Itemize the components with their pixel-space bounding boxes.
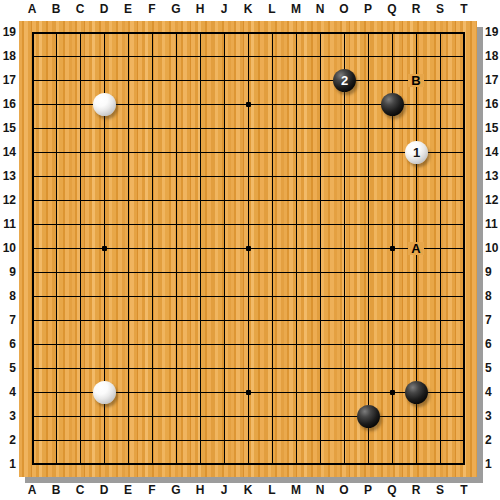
coordinate-bottom-K: K — [236, 482, 260, 498]
coordinate-right-9: 9 — [485, 264, 500, 280]
coordinate-right-11: 11 — [485, 216, 500, 232]
coordinate-left-7: 7 — [0, 312, 16, 328]
coordinate-right-8: 8 — [485, 288, 500, 304]
coordinate-right-6: 6 — [485, 336, 500, 352]
grid-line-horizontal — [32, 463, 465, 465]
coordinate-bottom-Q: Q — [380, 482, 404, 498]
coordinate-left-12: 12 — [0, 192, 16, 208]
coordinate-top-B: B — [44, 1, 68, 17]
star-point — [390, 390, 395, 395]
coordinate-left-11: 11 — [0, 216, 16, 232]
coordinate-right-5: 5 — [485, 360, 500, 376]
coordinate-left-18: 18 — [0, 48, 16, 64]
coordinate-left-15: 15 — [0, 120, 16, 136]
black-stone-Q16 — [381, 93, 404, 116]
coordinate-left-1: 1 — [0, 456, 16, 472]
coordinate-top-T: T — [452, 1, 476, 17]
coordinate-right-12: 12 — [485, 192, 500, 208]
star-point — [246, 390, 251, 395]
coordinate-bottom-A: A — [20, 482, 44, 498]
coordinate-left-5: 5 — [0, 360, 16, 376]
coordinate-left-9: 9 — [0, 264, 16, 280]
coordinate-right-14: 14 — [485, 144, 500, 160]
board-label-A[interactable]: A — [408, 242, 424, 255]
coordinate-bottom-G: G — [164, 482, 188, 498]
grid-line-horizontal — [32, 272, 465, 273]
coordinate-top-J: J — [212, 1, 236, 17]
coordinate-top-C: C — [68, 1, 92, 17]
coordinate-top-H: H — [188, 1, 212, 17]
coordinate-bottom-F: F — [140, 482, 164, 498]
coordinate-bottom-T: T — [452, 482, 476, 498]
coordinate-right-15: 15 — [485, 120, 500, 136]
grid-line-vertical — [272, 32, 273, 465]
coordinate-right-3: 3 — [485, 408, 500, 424]
coordinate-bottom-J: J — [212, 482, 236, 498]
move-number: 2 — [341, 74, 348, 87]
coordinate-left-16: 16 — [0, 96, 16, 112]
grid-line-vertical — [440, 32, 441, 465]
coordinate-top-P: P — [356, 1, 380, 17]
star-point — [102, 246, 107, 251]
coordinate-top-O: O — [332, 1, 356, 17]
coordinate-top-E: E — [116, 1, 140, 17]
coordinate-bottom-S: S — [428, 482, 452, 498]
coordinate-bottom-B: B — [44, 482, 68, 498]
grid-line-vertical — [344, 32, 345, 465]
coordinate-bottom-D: D — [92, 482, 116, 498]
grid-line-horizontal — [32, 296, 465, 297]
coordinate-right-4: 4 — [485, 384, 500, 400]
grid-line-horizontal — [32, 368, 465, 369]
board-label-B[interactable]: B — [408, 74, 424, 87]
coordinate-bottom-M: M — [284, 482, 308, 498]
coordinate-left-3: 3 — [0, 408, 16, 424]
coordinate-top-D: D — [92, 1, 116, 17]
coordinate-right-19: 19 — [485, 24, 500, 40]
coordinate-top-N: N — [308, 1, 332, 17]
coordinate-right-16: 16 — [485, 96, 500, 112]
coordinate-left-19: 19 — [0, 24, 16, 40]
black-stone-R4 — [405, 381, 428, 404]
grid-line-horizontal — [32, 320, 465, 321]
coordinate-bottom-L: L — [260, 482, 284, 498]
grid-line-vertical — [296, 32, 297, 465]
coordinate-left-17: 17 — [0, 72, 16, 88]
coordinate-right-10: 10 — [485, 240, 500, 256]
coordinate-bottom-R: R — [404, 482, 428, 498]
white-stone-D16 — [93, 93, 116, 116]
black-stone-O17: 2 — [333, 69, 356, 92]
coordinate-right-2: 2 — [485, 432, 500, 448]
coordinate-top-A: A — [20, 1, 44, 17]
coordinate-left-4: 4 — [0, 384, 16, 400]
grid-line-vertical — [320, 32, 321, 465]
coordinate-bottom-C: C — [68, 482, 92, 498]
coordinate-left-10: 10 — [0, 240, 16, 256]
coordinate-top-L: L — [260, 1, 284, 17]
coordinate-right-18: 18 — [485, 48, 500, 64]
grid-line-horizontal — [32, 416, 465, 417]
white-stone-D4 — [93, 381, 116, 404]
coordinate-top-Q: Q — [380, 1, 404, 17]
star-point — [246, 102, 251, 107]
coordinate-bottom-P: P — [356, 482, 380, 498]
coordinate-top-K: K — [236, 1, 260, 17]
coordinate-left-2: 2 — [0, 432, 16, 448]
grid-line-vertical — [463, 32, 465, 465]
coordinate-bottom-E: E — [116, 482, 140, 498]
coordinate-top-G: G — [164, 1, 188, 17]
coordinate-top-M: M — [284, 1, 308, 17]
coordinate-top-F: F — [140, 1, 164, 17]
coordinate-right-13: 13 — [485, 168, 500, 184]
move-number: 1 — [413, 146, 420, 159]
go-diagram: AB 21 AABBCCDDEEFFGGHHJJKKLLMMNNOOPPQQRR… — [0, 0, 500, 500]
grid-line-horizontal — [32, 440, 465, 441]
coordinate-top-S: S — [428, 1, 452, 17]
coordinate-left-6: 6 — [0, 336, 16, 352]
star-point — [246, 246, 251, 251]
go-board[interactable]: AB 21 — [19, 21, 477, 477]
coordinate-top-R: R — [404, 1, 428, 17]
coordinate-left-14: 14 — [0, 144, 16, 160]
grid-line-horizontal — [32, 344, 465, 345]
coordinate-bottom-N: N — [308, 482, 332, 498]
coordinate-left-13: 13 — [0, 168, 16, 184]
coordinate-right-1: 1 — [485, 456, 500, 472]
white-stone-R14: 1 — [405, 141, 428, 164]
coordinate-right-7: 7 — [485, 312, 500, 328]
coordinate-right-17: 17 — [485, 72, 500, 88]
star-point — [390, 246, 395, 251]
coordinate-left-8: 8 — [0, 288, 16, 304]
black-stone-P3 — [357, 405, 380, 428]
coordinate-bottom-H: H — [188, 482, 212, 498]
grid-line-vertical — [368, 32, 369, 465]
coordinate-bottom-O: O — [332, 482, 356, 498]
